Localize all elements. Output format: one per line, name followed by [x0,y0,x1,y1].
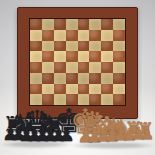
board-square[interactable] [66,41,78,52]
board-square[interactable] [66,73,78,84]
board-square[interactable] [101,51,113,62]
board-square[interactable] [42,41,54,52]
board-square[interactable] [113,41,125,52]
board-square[interactable] [66,19,78,30]
board-square[interactable] [113,62,125,73]
board-square[interactable] [66,30,78,41]
board-square[interactable] [42,51,54,62]
board-square[interactable] [54,41,66,52]
white-pawn-piece[interactable]: ♟ [140,126,154,142]
board-square[interactable] [101,62,113,73]
board-square[interactable] [78,62,90,73]
board-square[interactable] [30,19,42,30]
board-square[interactable] [30,84,42,95]
board-square[interactable] [78,30,90,41]
board-square[interactable] [42,73,54,84]
board-square[interactable] [54,19,66,30]
board-square[interactable] [54,73,66,84]
board-square[interactable] [89,51,101,62]
board-square[interactable] [101,19,113,30]
board-square[interactable] [78,84,90,95]
board-square[interactable] [89,62,101,73]
board-square[interactable] [42,19,54,30]
board-square[interactable] [30,30,42,41]
board-square[interactable] [113,51,125,62]
board-square[interactable] [113,94,125,105]
board-square[interactable] [113,30,125,41]
board-square[interactable] [42,62,54,73]
board-square[interactable] [113,73,125,84]
board-square[interactable] [78,19,90,30]
board-square[interactable] [89,19,101,30]
board-grid [29,18,126,106]
board-square[interactable] [89,84,101,95]
board-square[interactable] [113,19,125,30]
board-square[interactable] [54,30,66,41]
chess-set-photo: ♜♞♝♛♝♞♜♚♟♟♟♟♟♟♟♟♚♛♝♝♞♞♜♜♟♟♟♟♟♟♟♟ [0,0,155,155]
board-square[interactable] [101,41,113,52]
board-square[interactable] [30,51,42,62]
board-square[interactable] [89,30,101,41]
board-square[interactable] [54,62,66,73]
board-square[interactable] [101,94,113,105]
board-square[interactable] [30,41,42,52]
board-square[interactable] [42,30,54,41]
board-square[interactable] [78,73,90,84]
board-square[interactable] [89,73,101,84]
board-square[interactable] [42,84,54,95]
board-square[interactable] [30,62,42,73]
board-square[interactable] [101,73,113,84]
board-square[interactable] [30,73,42,84]
board-square[interactable] [89,41,101,52]
board-square[interactable] [66,84,78,95]
board-square[interactable] [54,84,66,95]
board-square[interactable] [66,51,78,62]
board-square[interactable] [66,62,78,73]
board-square[interactable] [101,84,113,95]
board-square[interactable] [113,84,125,95]
board-square[interactable] [78,51,90,62]
board-square[interactable] [78,41,90,52]
board-square[interactable] [54,51,66,62]
board-square[interactable] [101,30,113,41]
